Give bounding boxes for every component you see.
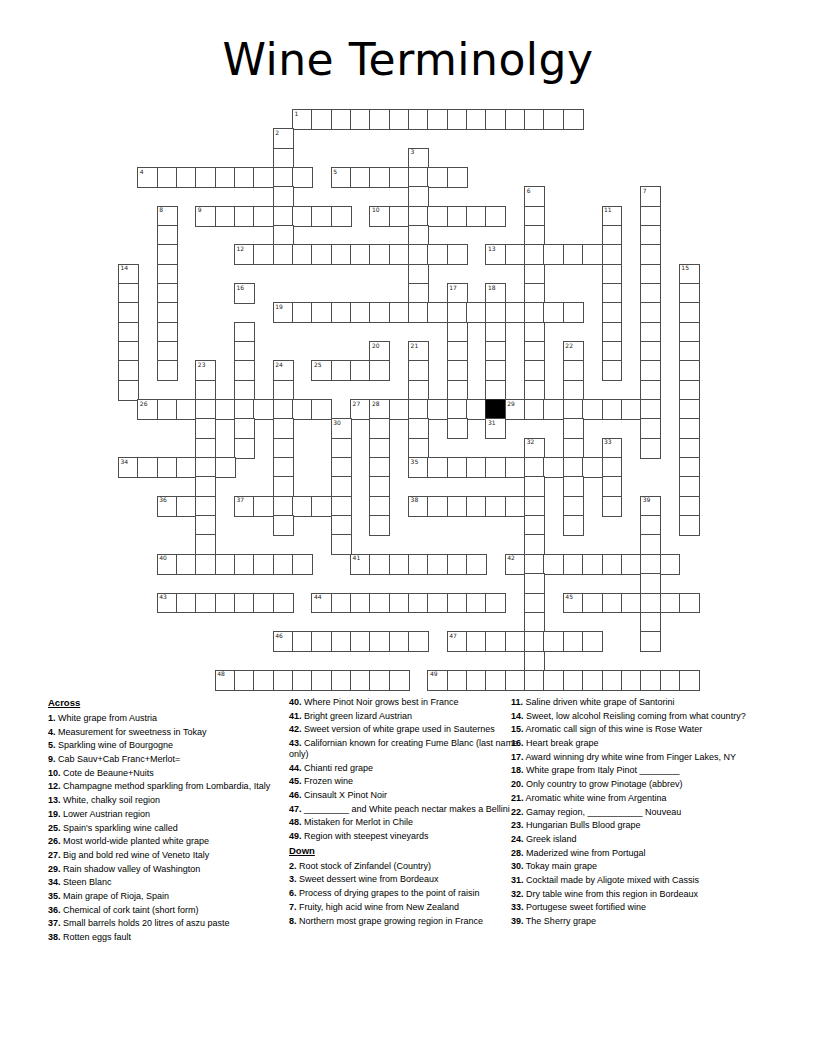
grid-cell[interactable] (640, 244, 661, 265)
grid-cell[interactable] (485, 380, 506, 401)
grid-cell[interactable] (195, 167, 216, 188)
grid-cell[interactable] (273, 244, 294, 265)
grid-cell[interactable] (253, 167, 274, 188)
grid-cell[interactable] (331, 496, 352, 517)
grid-cell[interactable] (331, 476, 352, 497)
grid-cell[interactable] (679, 438, 700, 459)
grid-cell[interactable] (640, 206, 661, 227)
grid-cell[interactable]: 22 (563, 341, 584, 362)
grid-cell[interactable]: 1 (292, 109, 313, 130)
grid-cell[interactable] (273, 206, 294, 227)
grid-cell[interactable] (195, 457, 216, 478)
grid-cell[interactable] (369, 631, 390, 652)
grid-cell[interactable] (524, 534, 545, 555)
grid-cell[interactable] (311, 206, 332, 227)
grid-cell[interactable] (234, 360, 255, 381)
grid-cell[interactable] (311, 109, 332, 130)
grid-cell[interactable] (408, 283, 429, 304)
grid-cell[interactable] (447, 399, 468, 420)
grid-cell[interactable] (524, 341, 545, 362)
grid-cell[interactable] (176, 496, 197, 517)
grid-cell[interactable] (350, 109, 371, 130)
grid-cell[interactable] (543, 109, 564, 130)
grid-cell[interactable] (640, 573, 661, 594)
grid-cell[interactable] (582, 399, 603, 420)
grid-cell[interactable] (679, 283, 700, 304)
grid-cell[interactable] (253, 554, 274, 575)
grid-cell[interactable]: 17 (447, 283, 468, 304)
grid-cell[interactable] (331, 109, 352, 130)
grid-cell[interactable] (621, 399, 642, 420)
grid-cell[interactable] (273, 225, 294, 246)
grid-cell[interactable]: 44 (311, 593, 332, 614)
grid-cell[interactable] (273, 399, 294, 420)
grid-cell[interactable] (195, 476, 216, 497)
grid-cell[interactable] (195, 534, 216, 555)
grid-cell[interactable] (524, 264, 545, 285)
grid-cell[interactable] (447, 322, 468, 343)
grid-cell[interactable] (331, 670, 352, 691)
grid-cell[interactable] (234, 399, 255, 420)
grid-cell[interactable] (524, 496, 545, 517)
grid-cell[interactable] (679, 341, 700, 362)
grid-cell[interactable] (563, 380, 584, 401)
grid-cell[interactable] (273, 593, 294, 614)
grid-cell[interactable] (485, 206, 506, 227)
grid-cell[interactable] (640, 380, 661, 401)
grid-cell[interactable] (253, 593, 274, 614)
grid-cell[interactable] (234, 593, 255, 614)
grid-cell[interactable] (524, 515, 545, 536)
grid-cell[interactable] (176, 593, 197, 614)
grid-cell[interactable] (602, 322, 623, 343)
grid-cell[interactable] (621, 554, 642, 575)
grid-cell[interactable] (582, 593, 603, 614)
grid-cell[interactable] (408, 418, 429, 439)
grid-cell[interactable] (331, 438, 352, 459)
grid-cell[interactable] (292, 302, 313, 323)
grid-cell[interactable] (350, 244, 371, 265)
grid-cell[interactable] (543, 302, 564, 323)
grid-cell[interactable] (369, 360, 390, 381)
grid-cell[interactable] (118, 360, 139, 381)
grid-cell[interactable] (311, 496, 332, 517)
grid-cell[interactable] (350, 302, 371, 323)
grid-cell[interactable] (640, 631, 661, 652)
grid-cell[interactable] (215, 593, 236, 614)
grid-cell[interactable] (253, 244, 274, 265)
grid-cell[interactable] (679, 399, 700, 420)
grid-cell[interactable] (118, 380, 139, 401)
grid-cell[interactable] (157, 360, 178, 381)
grid-cell[interactable] (602, 264, 623, 285)
grid-cell[interactable]: 49 (427, 670, 448, 691)
grid-cell[interactable] (563, 515, 584, 536)
grid-cell[interactable] (485, 322, 506, 343)
grid-cell[interactable] (331, 534, 352, 555)
grid-cell[interactable] (157, 302, 178, 323)
grid-cell[interactable] (157, 264, 178, 285)
grid-cell[interactable] (640, 612, 661, 633)
grid-cell[interactable] (311, 244, 332, 265)
grid-cell[interactable] (466, 593, 487, 614)
grid-cell[interactable] (195, 399, 216, 420)
grid-cell[interactable] (505, 670, 526, 691)
grid-cell[interactable] (485, 109, 506, 130)
grid-cell[interactable]: 27 (350, 399, 371, 420)
grid-cell[interactable] (273, 496, 294, 517)
grid-cell[interactable] (485, 360, 506, 381)
grid-cell[interactable]: 32 (524, 438, 545, 459)
grid-cell[interactable] (331, 244, 352, 265)
grid-cell[interactable] (602, 244, 623, 265)
grid-cell[interactable] (505, 457, 526, 478)
grid-cell[interactable] (369, 670, 390, 691)
grid-cell[interactable]: 48 (215, 670, 236, 691)
grid-cell[interactable] (427, 496, 448, 517)
grid-cell[interactable] (660, 670, 681, 691)
grid-cell[interactable] (389, 109, 410, 130)
grid-cell[interactable] (563, 457, 584, 478)
grid-cell[interactable]: 8 (157, 206, 178, 227)
grid-cell[interactable] (640, 438, 661, 459)
grid-cell[interactable]: 7 (640, 186, 661, 207)
grid-cell[interactable] (563, 670, 584, 691)
grid-cell[interactable] (505, 631, 526, 652)
grid-cell[interactable] (640, 302, 661, 323)
grid-cell[interactable] (621, 670, 642, 691)
grid-cell[interactable] (253, 496, 274, 517)
grid-cell[interactable] (563, 496, 584, 517)
grid-cell[interactable] (640, 534, 661, 555)
grid-cell[interactable]: 21 (408, 341, 429, 362)
grid-cell[interactable] (389, 593, 410, 614)
grid-cell[interactable] (234, 167, 255, 188)
grid-cell[interactable] (389, 206, 410, 227)
grid-cell[interactable] (543, 399, 564, 420)
grid-cell[interactable] (234, 206, 255, 227)
grid-cell[interactable] (524, 399, 545, 420)
grid-cell[interactable] (157, 225, 178, 246)
grid-cell[interactable] (602, 476, 623, 497)
grid-cell[interactable] (505, 244, 526, 265)
grid-cell[interactable] (215, 554, 236, 575)
grid-cell[interactable] (311, 302, 332, 323)
grid-cell[interactable] (640, 360, 661, 381)
grid-cell[interactable] (408, 399, 429, 420)
grid-cell[interactable] (427, 206, 448, 227)
grid-cell[interactable] (543, 554, 564, 575)
grid-cell[interactable] (273, 670, 294, 691)
grid-cell[interactable]: 10 (369, 206, 390, 227)
grid-cell[interactable] (466, 399, 487, 420)
grid-cell[interactable] (447, 302, 468, 323)
grid-cell[interactable] (524, 573, 545, 594)
grid-cell[interactable] (602, 399, 623, 420)
grid-cell[interactable] (524, 612, 545, 633)
grid-cell[interactable] (215, 457, 236, 478)
grid-cell[interactable] (408, 554, 429, 575)
grid-cell[interactable] (485, 670, 506, 691)
grid-cell[interactable] (118, 322, 139, 343)
grid-cell[interactable] (311, 399, 332, 420)
grid-cell[interactable] (602, 554, 623, 575)
grid-cell[interactable] (273, 457, 294, 478)
grid-cell[interactable] (292, 244, 313, 265)
grid-cell[interactable] (621, 593, 642, 614)
grid-cell[interactable] (524, 225, 545, 246)
grid-cell[interactable] (563, 438, 584, 459)
grid-cell[interactable]: 43 (157, 593, 178, 614)
grid-cell[interactable] (679, 496, 700, 517)
grid-cell[interactable] (408, 244, 429, 265)
grid-cell[interactable] (427, 399, 448, 420)
grid-cell[interactable] (427, 167, 448, 188)
grid-cell[interactable] (292, 399, 313, 420)
grid-cell[interactable] (640, 670, 661, 691)
grid-cell[interactable]: 45 (563, 593, 584, 614)
grid-cell[interactable] (408, 225, 429, 246)
grid-cell[interactable] (408, 186, 429, 207)
grid-cell[interactable] (563, 554, 584, 575)
grid-cell[interactable] (602, 593, 623, 614)
grid-cell[interactable] (118, 302, 139, 323)
grid-cell[interactable] (427, 244, 448, 265)
grid-cell[interactable] (292, 554, 313, 575)
grid-cell[interactable] (408, 438, 429, 459)
grid-cell[interactable] (157, 457, 178, 478)
grid-cell[interactable] (273, 418, 294, 439)
grid-cell[interactable] (408, 109, 429, 130)
grid-cell[interactable] (389, 302, 410, 323)
grid-cell[interactable] (176, 167, 197, 188)
grid-cell[interactable]: 28 (369, 399, 390, 420)
grid-cell[interactable]: 38 (408, 496, 429, 517)
grid-cell[interactable] (215, 206, 236, 227)
grid-cell[interactable] (157, 167, 178, 188)
grid-cell[interactable] (389, 631, 410, 652)
grid-cell[interactable] (118, 341, 139, 362)
grid-cell[interactable] (679, 322, 700, 343)
grid-cell[interactable] (253, 206, 274, 227)
grid-cell[interactable]: 40 (157, 554, 178, 575)
grid-cell[interactable] (582, 244, 603, 265)
grid-cell[interactable]: 31 (485, 418, 506, 439)
grid-cell[interactable]: 14 (118, 264, 139, 285)
grid-cell[interactable] (176, 457, 197, 478)
grid-cell[interactable] (234, 418, 255, 439)
grid-cell[interactable] (679, 515, 700, 536)
grid-cell[interactable] (137, 457, 158, 478)
grid-cell[interactable]: 36 (157, 496, 178, 517)
grid-cell[interactable] (331, 631, 352, 652)
grid-cell[interactable] (273, 186, 294, 207)
grid-cell[interactable] (350, 593, 371, 614)
grid-cell[interactable] (524, 322, 545, 343)
grid-cell[interactable] (524, 283, 545, 304)
grid-cell[interactable] (369, 496, 390, 517)
grid-cell[interactable] (234, 322, 255, 343)
grid-cell[interactable] (447, 380, 468, 401)
grid-cell[interactable] (466, 206, 487, 227)
grid-cell[interactable] (292, 670, 313, 691)
grid-cell[interactable] (176, 399, 197, 420)
grid-cell[interactable]: 26 (137, 399, 158, 420)
grid-cell[interactable]: 47 (447, 631, 468, 652)
grid-cell[interactable]: 29 (505, 399, 526, 420)
grid-cell[interactable] (524, 109, 545, 130)
grid-cell[interactable] (195, 593, 216, 614)
grid-cell[interactable] (466, 302, 487, 323)
grid-cell[interactable] (485, 302, 506, 323)
grid-cell[interactable]: 41 (350, 554, 371, 575)
grid-cell[interactable] (524, 380, 545, 401)
grid-cell[interactable] (369, 244, 390, 265)
grid-cell[interactable] (602, 341, 623, 362)
grid-cell[interactable] (389, 399, 410, 420)
grid-cell[interactable] (389, 167, 410, 188)
grid-cell[interactable] (369, 167, 390, 188)
grid-cell[interactable] (234, 438, 255, 459)
grid-cell[interactable]: 6 (524, 186, 545, 207)
grid-cell[interactable] (427, 554, 448, 575)
grid-cell[interactable]: 11 (602, 206, 623, 227)
grid-cell[interactable] (408, 167, 429, 188)
grid-cell[interactable] (447, 418, 468, 439)
grid-cell[interactable]: 46 (273, 631, 294, 652)
grid-cell[interactable] (350, 631, 371, 652)
grid-cell[interactable] (660, 593, 681, 614)
grid-cell[interactable] (679, 418, 700, 439)
grid-cell[interactable] (447, 457, 468, 478)
grid-cell[interactable]: 20 (369, 341, 390, 362)
grid-cell[interactable]: 39 (640, 496, 661, 517)
grid-cell[interactable] (505, 496, 526, 517)
grid-cell[interactable] (563, 399, 584, 420)
grid-cell[interactable]: 4 (137, 167, 158, 188)
grid-cell[interactable] (466, 554, 487, 575)
grid-cell[interactable]: 35 (408, 457, 429, 478)
grid-cell[interactable]: 13 (485, 244, 506, 265)
grid-cell[interactable] (234, 670, 255, 691)
grid-cell[interactable] (273, 167, 294, 188)
grid-cell[interactable]: 24 (273, 360, 294, 381)
grid-cell[interactable] (350, 167, 371, 188)
grid-cell[interactable] (640, 283, 661, 304)
grid-cell[interactable] (466, 457, 487, 478)
grid-cell[interactable] (273, 148, 294, 169)
grid-cell[interactable] (447, 360, 468, 381)
grid-cell[interactable]: 23 (195, 360, 216, 381)
grid-cell[interactable] (660, 554, 681, 575)
grid-cell[interactable] (679, 302, 700, 323)
grid-cell[interactable] (543, 457, 564, 478)
grid-cell[interactable] (389, 244, 410, 265)
grid-cell[interactable] (292, 206, 313, 227)
grid-cell[interactable] (640, 418, 661, 439)
grid-cell[interactable] (582, 457, 603, 478)
grid-cell[interactable] (195, 496, 216, 517)
grid-cell[interactable] (640, 593, 661, 614)
grid-cell[interactable] (563, 418, 584, 439)
grid-cell[interactable] (524, 302, 545, 323)
grid-cell[interactable] (157, 283, 178, 304)
grid-cell[interactable] (447, 593, 468, 614)
grid-cell[interactable] (524, 670, 545, 691)
grid-cell[interactable] (679, 476, 700, 497)
grid-cell[interactable]: 37 (234, 496, 255, 517)
grid-cell[interactable] (369, 438, 390, 459)
grid-cell[interactable] (466, 631, 487, 652)
grid-cell[interactable] (640, 225, 661, 246)
grid-cell[interactable] (524, 244, 545, 265)
grid-cell[interactable] (195, 418, 216, 439)
grid-cell[interactable] (408, 360, 429, 381)
grid-cell[interactable] (640, 554, 661, 575)
grid-cell[interactable] (389, 670, 410, 691)
grid-cell[interactable] (679, 360, 700, 381)
grid-cell[interactable] (543, 244, 564, 265)
grid-cell[interactable] (118, 283, 139, 304)
grid-cell[interactable] (640, 515, 661, 536)
grid-cell[interactable] (524, 631, 545, 652)
grid-cell[interactable] (447, 167, 468, 188)
grid-cell[interactable] (563, 244, 584, 265)
grid-cell[interactable] (582, 670, 603, 691)
grid-cell[interactable] (485, 457, 506, 478)
grid-cell[interactable] (524, 457, 545, 478)
grid-cell[interactable] (195, 438, 216, 459)
grid-cell[interactable] (350, 360, 371, 381)
grid-cell[interactable] (408, 264, 429, 285)
grid-cell[interactable] (679, 670, 700, 691)
grid-cell[interactable] (524, 554, 545, 575)
grid-cell[interactable]: 12 (234, 244, 255, 265)
grid-cell[interactable] (447, 670, 468, 691)
grid-cell[interactable]: 15 (679, 264, 700, 285)
grid-cell[interactable] (447, 206, 468, 227)
grid-cell[interactable] (331, 206, 352, 227)
grid-cell[interactable] (369, 302, 390, 323)
grid-cell[interactable] (273, 515, 294, 536)
grid-cell[interactable] (331, 515, 352, 536)
grid-cell[interactable] (234, 341, 255, 362)
grid-cell[interactable] (543, 670, 564, 691)
grid-cell[interactable] (485, 496, 506, 517)
grid-cell[interactable] (447, 496, 468, 517)
grid-cell[interactable] (195, 515, 216, 536)
grid-cell[interactable] (640, 322, 661, 343)
grid-cell[interactable]: 19 (273, 302, 294, 323)
grid-cell[interactable] (427, 457, 448, 478)
grid-cell[interactable] (679, 380, 700, 401)
grid-cell[interactable] (466, 496, 487, 517)
grid-cell[interactable] (350, 670, 371, 691)
grid-cell[interactable] (447, 554, 468, 575)
grid-cell[interactable] (331, 302, 352, 323)
grid-cell[interactable] (369, 476, 390, 497)
grid-cell[interactable] (447, 109, 468, 130)
grid-cell[interactable] (369, 593, 390, 614)
grid-cell[interactable] (408, 206, 429, 227)
grid-cell[interactable] (331, 457, 352, 478)
grid-cell[interactable] (408, 631, 429, 652)
grid-cell[interactable] (602, 457, 623, 478)
grid-cell[interactable]: 5 (331, 167, 352, 188)
grid-cell[interactable] (292, 167, 313, 188)
grid-cell[interactable] (679, 593, 700, 614)
grid-cell[interactable] (369, 515, 390, 536)
